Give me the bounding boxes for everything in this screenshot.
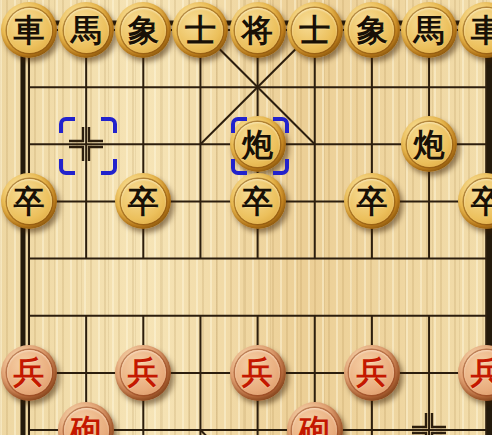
- black-advisor-f10-face: 士: [292, 8, 337, 53]
- red-soldier-a4-face: 兵: [7, 350, 52, 395]
- cannon-point-cross-marker-h3: [411, 412, 447, 435]
- black-advisor-f10-glyph: 士: [299, 15, 330, 46]
- red-soldier-e4[interactable]: 兵: [230, 345, 286, 401]
- last-move-from-bracket-bl-b8: [59, 159, 75, 175]
- red-soldier-g4-face: 兵: [349, 350, 394, 395]
- black-general-e10[interactable]: 将: [230, 2, 286, 58]
- black-soldier-c7-face: 卒: [121, 179, 166, 224]
- last-move-to-bracket-tl-e8: [231, 117, 247, 133]
- black-chariot-a10[interactable]: 車: [1, 2, 57, 58]
- black-soldier-e7[interactable]: 卒: [230, 173, 286, 229]
- black-horse-b10-glyph: 馬: [71, 15, 102, 46]
- black-elephant-c10[interactable]: 象: [115, 2, 171, 58]
- black-general-e10-face: 将: [235, 8, 280, 53]
- black-cannon-h8[interactable]: 炮: [401, 116, 457, 172]
- red-soldier-i4-glyph: 兵: [471, 357, 492, 388]
- black-general-e10-glyph: 将: [242, 15, 273, 46]
- black-elephant-g10[interactable]: 象: [344, 2, 400, 58]
- black-elephant-c10-face: 象: [121, 8, 166, 53]
- last-move-from-bracket-tr-b8: [101, 117, 117, 133]
- black-soldier-e7-face: 卒: [235, 179, 280, 224]
- black-advisor-f10[interactable]: 士: [287, 2, 343, 58]
- black-soldier-g7-face: 卒: [349, 179, 394, 224]
- red-soldier-a4[interactable]: 兵: [1, 345, 57, 401]
- black-soldier-a7[interactable]: 卒: [1, 173, 57, 229]
- red-soldier-i4-face: 兵: [464, 350, 492, 395]
- black-soldier-i7-face: 卒: [464, 179, 492, 224]
- black-soldier-i7-glyph: 卒: [471, 186, 492, 217]
- black-advisor-d10[interactable]: 士: [172, 2, 228, 58]
- last-move-to-bracket-tr-e8: [273, 117, 289, 133]
- xiangqi-board[interactable]: 車馬象士将士象馬車炮炮卒卒卒卒卒兵兵兵兵兵砲砲: [0, 0, 492, 435]
- red-cannon-f3-face: 砲: [292, 408, 337, 435]
- black-horse-h10-face: 馬: [407, 8, 452, 53]
- red-cannon-b3-face: 砲: [64, 408, 109, 435]
- black-horse-h10[interactable]: 馬: [401, 2, 457, 58]
- red-soldier-e4-glyph: 兵: [242, 357, 273, 388]
- black-advisor-d10-face: 士: [178, 8, 223, 53]
- red-soldier-a4-glyph: 兵: [14, 357, 45, 388]
- red-soldier-c4-face: 兵: [121, 350, 166, 395]
- black-cannon-h8-glyph: 炮: [414, 129, 445, 160]
- black-horse-h10-glyph: 馬: [414, 15, 445, 46]
- red-cannon-b3-glyph: 砲: [71, 415, 102, 435]
- last-move-to-bracket-br-e8: [273, 159, 289, 175]
- black-cannon-h8-face: 炮: [407, 122, 452, 167]
- black-cannon-e8-glyph: 炮: [242, 129, 273, 160]
- black-chariot-i10-face: 車: [464, 8, 492, 53]
- last-move-to-bracket-bl-e8: [231, 159, 247, 175]
- black-soldier-c7-glyph: 卒: [128, 186, 159, 217]
- black-elephant-g10-face: 象: [349, 8, 394, 53]
- black-horse-b10-face: 馬: [64, 8, 109, 53]
- black-chariot-i10-glyph: 車: [471, 15, 492, 46]
- black-elephant-g10-glyph: 象: [356, 15, 387, 46]
- black-elephant-c10-glyph: 象: [128, 15, 159, 46]
- black-chariot-a10-face: 車: [7, 8, 52, 53]
- black-soldier-a7-glyph: 卒: [14, 186, 45, 217]
- black-chariot-a10-glyph: 車: [14, 15, 45, 46]
- black-soldier-g7[interactable]: 卒: [344, 173, 400, 229]
- last-move-from-bracket-tl-b8: [59, 117, 75, 133]
- black-horse-b10[interactable]: 馬: [58, 2, 114, 58]
- red-soldier-g4[interactable]: 兵: [344, 345, 400, 401]
- black-soldier-e7-glyph: 卒: [242, 186, 273, 217]
- black-soldier-g7-glyph: 卒: [356, 186, 387, 217]
- red-soldier-c4-glyph: 兵: [128, 357, 159, 388]
- red-soldier-e4-face: 兵: [235, 350, 280, 395]
- black-advisor-d10-glyph: 士: [185, 15, 216, 46]
- red-soldier-g4-glyph: 兵: [356, 357, 387, 388]
- black-soldier-c7[interactable]: 卒: [115, 173, 171, 229]
- black-soldier-a7-face: 卒: [7, 179, 52, 224]
- last-move-from-bracket-br-b8: [101, 159, 117, 175]
- red-cannon-f3-glyph: 砲: [299, 415, 330, 435]
- red-soldier-c4[interactable]: 兵: [115, 345, 171, 401]
